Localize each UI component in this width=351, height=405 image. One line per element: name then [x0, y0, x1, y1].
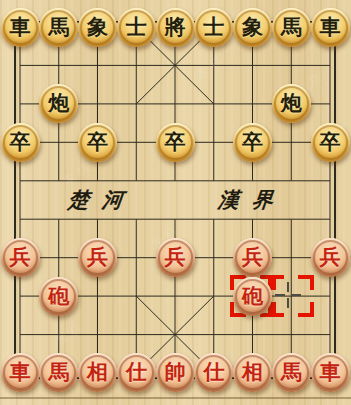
- piece-black-horse[interactable]: 馬: [272, 8, 311, 47]
- piece-red-soldier[interactable]: 兵: [311, 238, 350, 277]
- piece-black-advisor[interactable]: 士: [194, 8, 233, 47]
- piece-black-chariot[interactable]: 車: [311, 8, 350, 47]
- piece-red-soldier[interactable]: 兵: [233, 238, 272, 277]
- piece-red-horse[interactable]: 馬: [272, 353, 311, 392]
- piece-red-soldier[interactable]: 兵: [78, 238, 117, 277]
- piece-red-soldier[interactable]: 兵: [1, 238, 40, 277]
- piece-black-soldier[interactable]: 卒: [156, 123, 195, 162]
- piece-black-elephant[interactable]: 象: [233, 8, 272, 47]
- piece-black-general[interactable]: 將: [156, 8, 195, 47]
- river-label-chu-he: 楚河: [67, 187, 138, 213]
- piece-red-general[interactable]: 帥: [156, 353, 195, 392]
- piece-red-chariot[interactable]: 車: [311, 353, 350, 392]
- piece-red-soldier[interactable]: 兵: [156, 238, 195, 277]
- piece-black-chariot[interactable]: 車: [1, 8, 40, 47]
- piece-black-soldier[interactable]: 卒: [78, 123, 117, 162]
- piece-red-cannon[interactable]: 砲: [39, 277, 78, 316]
- piece-black-soldier[interactable]: 卒: [233, 123, 272, 162]
- piece-black-advisor[interactable]: 士: [117, 8, 156, 47]
- piece-black-soldier[interactable]: 卒: [311, 123, 350, 162]
- piece-red-chariot[interactable]: 車: [1, 353, 40, 392]
- piece-red-cannon[interactable]: 砲: [233, 277, 272, 316]
- board-grid-lines: [0, 0, 351, 405]
- xiangqi-board: 象棋 象棋 象棋 象棋 象棋 楚河 漢界 車馬象士將士象馬車炮炮卒卒卒卒卒兵兵兵…: [0, 0, 351, 405]
- piece-black-horse[interactable]: 馬: [39, 8, 78, 47]
- piece-red-advisor[interactable]: 仕: [117, 353, 156, 392]
- river-label-han-jie: 漢界: [217, 187, 288, 213]
- piece-black-elephant[interactable]: 象: [78, 8, 117, 47]
- piece-black-soldier[interactable]: 卒: [1, 123, 40, 162]
- piece-black-cannon[interactable]: 炮: [272, 84, 311, 123]
